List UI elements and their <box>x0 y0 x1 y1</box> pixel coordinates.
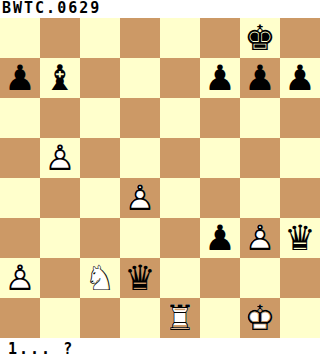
square-d5[interactable] <box>120 138 160 178</box>
square-a5[interactable] <box>0 138 40 178</box>
square-h5[interactable] <box>280 138 320 178</box>
square-f8[interactable] <box>200 18 240 58</box>
white-pawn-fill: ♟ <box>240 218 280 258</box>
square-d3[interactable] <box>120 218 160 258</box>
square-a1[interactable] <box>0 298 40 338</box>
square-b7[interactable]: ♝ <box>40 58 80 98</box>
square-f4[interactable] <box>200 178 240 218</box>
square-d7[interactable] <box>120 58 160 98</box>
white-knight-fill: ♞ <box>80 258 120 298</box>
white-knight: ♘ <box>80 258 120 298</box>
black-queen: ♛ <box>280 218 320 258</box>
square-d4[interactable]: ♟♙ <box>120 178 160 218</box>
chess-board: ♚♟♝♟♟♟♟♙♟♙♟♟♙♛♟♙♞♘♛♜♖♚♔ <box>0 18 320 338</box>
chess-puzzle-window: BWTC.0629 ♚♟♝♟♟♟♟♙♟♙♟♟♙♛♟♙♞♘♛♜♖♚♔ 1... ? <box>0 0 320 360</box>
square-d6[interactable] <box>120 98 160 138</box>
square-h8[interactable] <box>280 18 320 58</box>
square-g7[interactable]: ♟ <box>240 58 280 98</box>
square-c5[interactable] <box>80 138 120 178</box>
square-f7[interactable]: ♟ <box>200 58 240 98</box>
square-d1[interactable] <box>120 298 160 338</box>
white-pawn: ♙ <box>120 178 160 218</box>
square-b6[interactable] <box>40 98 80 138</box>
square-a8[interactable] <box>0 18 40 58</box>
square-a7[interactable]: ♟ <box>0 58 40 98</box>
square-e4[interactable] <box>160 178 200 218</box>
square-e7[interactable] <box>160 58 200 98</box>
white-rook-fill: ♜ <box>160 298 200 338</box>
square-f5[interactable] <box>200 138 240 178</box>
square-d2[interactable]: ♛ <box>120 258 160 298</box>
square-a6[interactable] <box>0 98 40 138</box>
square-f1[interactable] <box>200 298 240 338</box>
square-h7[interactable]: ♟ <box>280 58 320 98</box>
white-pawn-fill: ♟ <box>0 258 40 298</box>
white-pawn-fill: ♟ <box>40 138 80 178</box>
white-rook: ♖ <box>160 298 200 338</box>
black-king: ♚ <box>240 18 280 58</box>
white-king: ♔ <box>240 298 280 338</box>
square-a2[interactable]: ♟♙ <box>0 258 40 298</box>
square-d8[interactable] <box>120 18 160 58</box>
move-prompt: 1... ? <box>0 338 320 360</box>
white-pawn-fill: ♟ <box>120 178 160 218</box>
white-pawn: ♙ <box>40 138 80 178</box>
square-e5[interactable] <box>160 138 200 178</box>
black-bishop: ♝ <box>40 58 80 98</box>
square-c6[interactable] <box>80 98 120 138</box>
square-b1[interactable] <box>40 298 80 338</box>
black-pawn: ♟ <box>200 58 240 98</box>
square-g3[interactable]: ♟♙ <box>240 218 280 258</box>
square-e8[interactable] <box>160 18 200 58</box>
square-b8[interactable] <box>40 18 80 58</box>
square-h6[interactable] <box>280 98 320 138</box>
square-b4[interactable] <box>40 178 80 218</box>
square-a3[interactable] <box>0 218 40 258</box>
square-f3[interactable]: ♟ <box>200 218 240 258</box>
square-e1[interactable]: ♜♖ <box>160 298 200 338</box>
square-b5[interactable]: ♟♙ <box>40 138 80 178</box>
square-g4[interactable] <box>240 178 280 218</box>
square-f6[interactable] <box>200 98 240 138</box>
square-g6[interactable] <box>240 98 280 138</box>
puzzle-id: BWTC.0629 <box>0 0 320 18</box>
square-g8[interactable]: ♚ <box>240 18 280 58</box>
square-e2[interactable] <box>160 258 200 298</box>
black-queen: ♛ <box>120 258 160 298</box>
square-b2[interactable] <box>40 258 80 298</box>
black-pawn: ♟ <box>200 218 240 258</box>
square-c3[interactable] <box>80 218 120 258</box>
square-c4[interactable] <box>80 178 120 218</box>
black-pawn: ♟ <box>280 58 320 98</box>
square-e6[interactable] <box>160 98 200 138</box>
square-h3[interactable]: ♛ <box>280 218 320 258</box>
square-g2[interactable] <box>240 258 280 298</box>
square-f2[interactable] <box>200 258 240 298</box>
white-pawn: ♙ <box>0 258 40 298</box>
black-pawn: ♟ <box>0 58 40 98</box>
square-g5[interactable] <box>240 138 280 178</box>
white-king-fill: ♚ <box>240 298 280 338</box>
square-b3[interactable] <box>40 218 80 258</box>
square-h2[interactable] <box>280 258 320 298</box>
square-h1[interactable] <box>280 298 320 338</box>
square-c7[interactable] <box>80 58 120 98</box>
square-c1[interactable] <box>80 298 120 338</box>
black-pawn: ♟ <box>240 58 280 98</box>
square-g1[interactable]: ♚♔ <box>240 298 280 338</box>
white-pawn: ♙ <box>240 218 280 258</box>
square-a4[interactable] <box>0 178 40 218</box>
square-e3[interactable] <box>160 218 200 258</box>
square-c2[interactable]: ♞♘ <box>80 258 120 298</box>
square-h4[interactable] <box>280 178 320 218</box>
square-c8[interactable] <box>80 18 120 58</box>
